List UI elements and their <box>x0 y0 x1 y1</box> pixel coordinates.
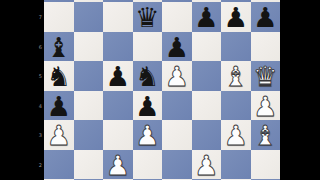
square-g1: ♚ <box>221 179 251 180</box>
square-h4: ♟ <box>251 91 281 121</box>
square-e4 <box>162 91 192 121</box>
square-g3: ♟ <box>221 120 251 150</box>
square-d7: ♛ <box>133 2 163 32</box>
square-e6: ♟ <box>162 32 192 62</box>
square-c5: ♟ <box>103 61 133 91</box>
black-pawn-a4: ♟ <box>46 93 71 120</box>
square-e2 <box>162 150 192 180</box>
square-f2: ♟ <box>192 150 222 180</box>
square-d1: ♜ <box>133 179 163 180</box>
white-pawn-h4: ♟ <box>253 93 278 120</box>
square-d3: ♟ <box>133 120 163 150</box>
rank-label-3: 3 <box>34 132 42 138</box>
black-pawn-d4: ♟ <box>135 93 160 120</box>
white-pawn-d3: ♟ <box>135 122 160 149</box>
square-a3: ♟ <box>44 120 74 150</box>
square-a6: ♝ <box>44 32 74 62</box>
square-b2 <box>74 150 104 180</box>
square-c4 <box>103 91 133 121</box>
square-b5 <box>74 61 104 91</box>
white-pawn-g3: ♟ <box>223 122 248 149</box>
square-g4 <box>221 91 251 121</box>
white-pawn-e5: ♟ <box>164 63 189 90</box>
rank-label-6: 6 <box>34 44 42 50</box>
square-d6 <box>133 32 163 62</box>
square-h7: ♟ <box>251 2 281 32</box>
chess-board: ♜♚♜♛♟♟♟♝♟♞♟♞♟♝♛♟♟♟♟♟♟♝♟♟♜♜♚ <box>44 0 280 180</box>
square-a2 <box>44 150 74 180</box>
rank-label-4: 4 <box>34 103 42 109</box>
white-pawn-f2: ♟ <box>194 152 219 179</box>
video-frame[interactable]: ♜♚♜♛♟♟♟♝♟♞♟♞♟♝♛♟♟♟♟♟♟♝♟♟♜♜♚ 87654321 <box>0 0 320 180</box>
square-g7: ♟ <box>221 2 251 32</box>
black-pawn-h7: ♟ <box>253 4 278 31</box>
square-b4 <box>74 91 104 121</box>
square-b6 <box>74 32 104 62</box>
square-c1 <box>103 179 133 180</box>
square-h1 <box>251 179 281 180</box>
square-d4: ♟ <box>133 91 163 121</box>
black-knight-a5: ♞ <box>46 63 71 90</box>
square-g2 <box>221 150 251 180</box>
white-bishop-g5: ♝ <box>223 63 248 90</box>
square-c7 <box>103 2 133 32</box>
rank-label-7: 7 <box>34 14 42 20</box>
square-d2 <box>133 150 163 180</box>
square-f6 <box>192 32 222 62</box>
square-a4: ♟ <box>44 91 74 121</box>
square-a5: ♞ <box>44 61 74 91</box>
black-pawn-g7: ♟ <box>223 4 248 31</box>
square-c6 <box>103 32 133 62</box>
square-b3 <box>74 120 104 150</box>
black-knight-d5: ♞ <box>135 63 160 90</box>
black-pawn-c5: ♟ <box>105 63 130 90</box>
black-bishop-a6: ♝ <box>46 34 71 61</box>
square-g6 <box>221 32 251 62</box>
square-f5 <box>192 61 222 91</box>
square-h5: ♛ <box>251 61 281 91</box>
square-g5: ♝ <box>221 61 251 91</box>
square-c2: ♟ <box>103 150 133 180</box>
square-h3: ♝ <box>251 120 281 150</box>
square-f4 <box>192 91 222 121</box>
white-queen-h5: ♛ <box>253 63 278 90</box>
square-e3 <box>162 120 192 150</box>
square-c3 <box>103 120 133 150</box>
square-h2 <box>251 150 281 180</box>
square-h6 <box>251 32 281 62</box>
square-a1 <box>44 179 74 180</box>
square-d5: ♞ <box>133 61 163 91</box>
white-pawn-c2: ♟ <box>105 152 130 179</box>
square-e7 <box>162 2 192 32</box>
rank-label-5: 5 <box>34 73 42 79</box>
square-f3 <box>192 120 222 150</box>
square-a7 <box>44 2 74 32</box>
black-pawn-f7: ♟ <box>194 4 219 31</box>
square-b1 <box>74 179 104 180</box>
square-e1 <box>162 179 192 180</box>
square-e5: ♟ <box>162 61 192 91</box>
white-bishop-h3: ♝ <box>253 122 278 149</box>
rank-label-2: 2 <box>34 162 42 168</box>
black-queen-d7: ♛ <box>135 4 160 31</box>
white-pawn-a3: ♟ <box>46 122 71 149</box>
square-f7: ♟ <box>192 2 222 32</box>
square-f1: ♜ <box>192 179 222 180</box>
black-pawn-e6: ♟ <box>164 34 189 61</box>
square-b7 <box>74 2 104 32</box>
